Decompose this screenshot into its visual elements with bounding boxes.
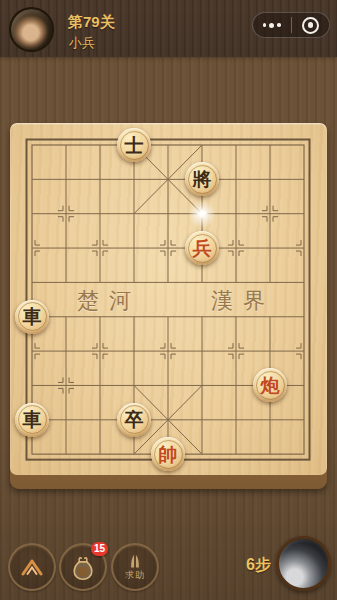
steps-counter: 6步 (246, 555, 271, 576)
puzzle-name: 小兵 (69, 34, 95, 52)
help-button[interactable]: 求助 (111, 543, 159, 591)
level-character-avatar (9, 7, 54, 52)
piece-車[interactable]: 車 (15, 403, 49, 437)
piece-車[interactable]: 車 (15, 300, 49, 334)
svg-text:锦: 锦 (77, 565, 89, 577)
help-label: 求助 (125, 569, 145, 582)
top-bar: 第79关 小兵 (0, 0, 337, 57)
level-title: 第79关 (68, 13, 115, 32)
miniprogram-capsule (252, 12, 330, 38)
more-dot-icon (269, 23, 274, 28)
exit-circle-icon (302, 17, 319, 34)
tip-bag-button[interactable]: 锦 15 (59, 543, 107, 591)
piece-士[interactable]: 士 (117, 128, 151, 162)
piece-卒[interactable]: 卒 (117, 403, 151, 437)
piece-帥[interactable]: 帥 (151, 437, 185, 471)
board-grid (22, 135, 314, 465)
money-bag-icon: 锦 (69, 553, 97, 581)
more-button[interactable] (253, 13, 291, 37)
chevron-up-icon (19, 556, 45, 578)
player-avatar[interactable] (276, 536, 331, 591)
tip-count-badge: 15 (91, 542, 108, 556)
more-dot-icon (263, 23, 267, 27)
piece-兵[interactable]: 兵 (185, 231, 219, 265)
more-dot-icon (277, 23, 281, 27)
expand-button[interactable] (8, 543, 56, 591)
xiangqi-board[interactable]: 楚河 漢界 士將兵車炮車卒帥✦ (10, 123, 327, 475)
close-button[interactable] (292, 13, 330, 37)
